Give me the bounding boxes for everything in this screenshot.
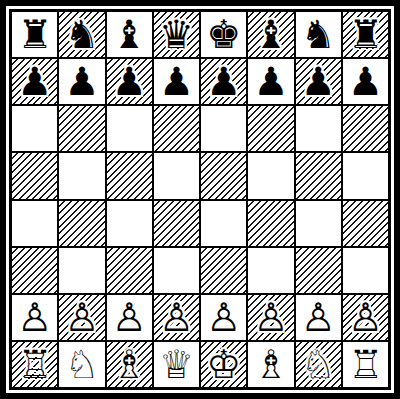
square-h5[interactable] bbox=[342, 152, 389, 199]
square-d5[interactable] bbox=[153, 152, 200, 199]
piece-black-pawn: ♟ bbox=[17, 62, 52, 101]
piece-white-pawn: ♙ bbox=[112, 298, 147, 337]
square-h8[interactable]: ♜ bbox=[342, 11, 389, 58]
square-d1[interactable]: ♕ bbox=[153, 341, 200, 388]
square-g5[interactable] bbox=[295, 152, 342, 199]
square-c8[interactable]: ♝ bbox=[106, 11, 153, 58]
square-b6[interactable] bbox=[58, 105, 105, 152]
piece-black-pawn: ♟ bbox=[253, 62, 288, 101]
square-f4[interactable] bbox=[247, 200, 294, 247]
square-a6[interactable] bbox=[11, 105, 58, 152]
square-e7[interactable]: ♟ bbox=[200, 58, 247, 105]
square-b4[interactable] bbox=[58, 200, 105, 247]
piece-white-queen: ♕ bbox=[159, 345, 194, 384]
square-g7[interactable]: ♟ bbox=[295, 58, 342, 105]
square-b8[interactable]: ♞ bbox=[58, 11, 105, 58]
square-h7[interactable]: ♟ bbox=[342, 58, 389, 105]
square-d4[interactable] bbox=[153, 200, 200, 247]
piece-white-knight: ♘ bbox=[64, 345, 99, 384]
square-f2[interactable]: ♙ bbox=[247, 294, 294, 341]
piece-black-queen: ♛ bbox=[159, 15, 194, 54]
frame-inner-mat: ♜♞♝♛♚♝♞♜♟♟♟♟♟♟♟♟♙♙♙♙♙♙♙♙♖♘♗♕♔♗♘♖ bbox=[6, 6, 394, 393]
piece-black-pawn: ♟ bbox=[348, 62, 383, 101]
square-f6[interactable] bbox=[247, 105, 294, 152]
board: ♜♞♝♛♚♝♞♜♟♟♟♟♟♟♟♟♙♙♙♙♙♙♙♙♖♘♗♕♔♗♘♖ bbox=[11, 11, 389, 388]
piece-white-king: ♔ bbox=[206, 345, 241, 384]
square-d2[interactable]: ♙ bbox=[153, 294, 200, 341]
square-f7[interactable]: ♟ bbox=[247, 58, 294, 105]
square-e4[interactable] bbox=[200, 200, 247, 247]
board-inner-rule: ♜♞♝♛♚♝♞♜♟♟♟♟♟♟♟♟♙♙♙♙♙♙♙♙♖♘♗♕♔♗♘♖ bbox=[9, 9, 391, 390]
square-f8[interactable]: ♝ bbox=[247, 11, 294, 58]
piece-white-bishop: ♗ bbox=[253, 345, 288, 384]
square-d3[interactable] bbox=[153, 247, 200, 294]
piece-white-pawn: ♙ bbox=[253, 298, 288, 337]
square-h2[interactable]: ♙ bbox=[342, 294, 389, 341]
piece-white-pawn: ♙ bbox=[159, 298, 194, 337]
square-c6[interactable] bbox=[106, 105, 153, 152]
square-f3[interactable] bbox=[247, 247, 294, 294]
piece-white-pawn: ♙ bbox=[64, 298, 99, 337]
piece-white-bishop: ♗ bbox=[112, 345, 147, 384]
square-g8[interactable]: ♞ bbox=[295, 11, 342, 58]
piece-white-rook: ♖ bbox=[17, 345, 52, 384]
square-a3[interactable] bbox=[11, 247, 58, 294]
square-e1[interactable]: ♔ bbox=[200, 341, 247, 388]
square-b5[interactable] bbox=[58, 152, 105, 199]
piece-black-pawn: ♟ bbox=[112, 62, 147, 101]
piece-black-bishop: ♝ bbox=[112, 15, 147, 54]
square-c1[interactable]: ♗ bbox=[106, 341, 153, 388]
piece-black-knight: ♞ bbox=[301, 15, 336, 54]
square-b1[interactable]: ♘ bbox=[58, 341, 105, 388]
square-b3[interactable] bbox=[58, 247, 105, 294]
square-h4[interactable] bbox=[342, 200, 389, 247]
square-c3[interactable] bbox=[106, 247, 153, 294]
square-d6[interactable] bbox=[153, 105, 200, 152]
square-g6[interactable] bbox=[295, 105, 342, 152]
square-h6[interactable] bbox=[342, 105, 389, 152]
square-e5[interactable] bbox=[200, 152, 247, 199]
square-a5[interactable] bbox=[11, 152, 58, 199]
square-h1[interactable]: ♖ bbox=[342, 341, 389, 388]
piece-white-knight: ♘ bbox=[301, 345, 336, 384]
square-b7[interactable]: ♟ bbox=[58, 58, 105, 105]
piece-white-pawn: ♙ bbox=[206, 298, 241, 337]
square-d7[interactable]: ♟ bbox=[153, 58, 200, 105]
square-e2[interactable]: ♙ bbox=[200, 294, 247, 341]
square-g1[interactable]: ♘ bbox=[295, 341, 342, 388]
piece-white-rook: ♖ bbox=[348, 345, 383, 384]
piece-black-rook: ♜ bbox=[17, 15, 52, 54]
piece-black-knight: ♞ bbox=[64, 15, 99, 54]
square-a2[interactable]: ♙ bbox=[11, 294, 58, 341]
square-c7[interactable]: ♟ bbox=[106, 58, 153, 105]
square-g4[interactable] bbox=[295, 200, 342, 247]
square-g2[interactable]: ♙ bbox=[295, 294, 342, 341]
square-e6[interactable] bbox=[200, 105, 247, 152]
square-a4[interactable] bbox=[11, 200, 58, 247]
square-f5[interactable] bbox=[247, 152, 294, 199]
piece-black-rook: ♜ bbox=[348, 15, 383, 54]
piece-white-pawn: ♙ bbox=[301, 298, 336, 337]
square-c2[interactable]: ♙ bbox=[106, 294, 153, 341]
square-b2[interactable]: ♙ bbox=[58, 294, 105, 341]
square-d8[interactable]: ♛ bbox=[153, 11, 200, 58]
square-e3[interactable] bbox=[200, 247, 247, 294]
piece-black-pawn: ♟ bbox=[206, 62, 241, 101]
piece-black-king: ♚ bbox=[206, 15, 241, 54]
square-a8[interactable]: ♜ bbox=[11, 11, 58, 58]
piece-black-bishop: ♝ bbox=[253, 15, 288, 54]
square-g3[interactable] bbox=[295, 247, 342, 294]
square-c5[interactable] bbox=[106, 152, 153, 199]
piece-black-pawn: ♟ bbox=[159, 62, 194, 101]
square-a7[interactable]: ♟ bbox=[11, 58, 58, 105]
square-c4[interactable] bbox=[106, 200, 153, 247]
square-a1[interactable]: ♖ bbox=[11, 341, 58, 388]
square-e8[interactable]: ♚ bbox=[200, 11, 247, 58]
piece-white-pawn: ♙ bbox=[17, 298, 52, 337]
piece-black-pawn: ♟ bbox=[301, 62, 336, 101]
piece-black-pawn: ♟ bbox=[64, 62, 99, 101]
diagram-frame: ♜♞♝♛♚♝♞♜♟♟♟♟♟♟♟♟♙♙♙♙♙♙♙♙♖♘♗♕♔♗♘♖ bbox=[0, 0, 400, 399]
piece-white-pawn: ♙ bbox=[348, 298, 383, 337]
square-h3[interactable] bbox=[342, 247, 389, 294]
square-f1[interactable]: ♗ bbox=[247, 341, 294, 388]
